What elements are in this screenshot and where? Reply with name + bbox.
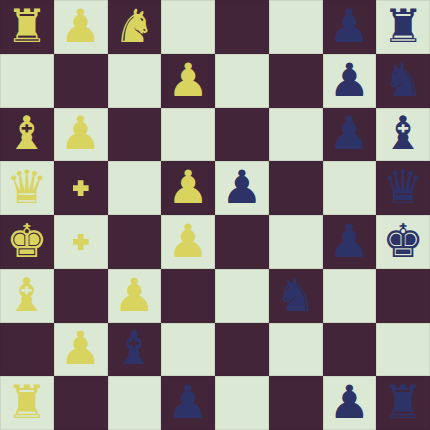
white-pawn[interactable]: ♟ bbox=[168, 57, 209, 103]
black-rook[interactable]: ♜ bbox=[383, 379, 424, 425]
square-b1[interactable] bbox=[54, 376, 108, 430]
square-g8[interactable]: ♟ bbox=[323, 0, 377, 54]
square-h8[interactable]: ♜ bbox=[376, 0, 430, 54]
black-pawn[interactable]: ♟ bbox=[168, 379, 209, 425]
square-d8[interactable] bbox=[161, 0, 215, 54]
black-bishop[interactable]: ♝ bbox=[114, 325, 155, 371]
black-knight[interactable]: ♞ bbox=[383, 57, 424, 103]
square-e5[interactable]: ♟ bbox=[215, 161, 269, 215]
square-b2[interactable]: ♟ bbox=[54, 323, 108, 377]
square-c8[interactable]: ♞ bbox=[108, 0, 162, 54]
square-d6[interactable] bbox=[161, 108, 215, 162]
square-b8[interactable]: ♟ bbox=[54, 0, 108, 54]
black-rook[interactable]: ♜ bbox=[383, 3, 424, 49]
square-h3[interactable] bbox=[376, 269, 430, 323]
move-hint-dot[interactable] bbox=[73, 234, 89, 250]
white-rook[interactable]: ♜ bbox=[6, 3, 47, 49]
square-a2[interactable] bbox=[0, 323, 54, 377]
square-a8[interactable]: ♜ bbox=[0, 0, 54, 54]
square-c5[interactable] bbox=[108, 161, 162, 215]
square-b5[interactable] bbox=[54, 161, 108, 215]
white-pawn[interactable]: ♟ bbox=[60, 325, 101, 371]
black-pawn[interactable]: ♟ bbox=[329, 110, 370, 156]
square-a3[interactable]: ♝ bbox=[0, 269, 54, 323]
square-h1[interactable]: ♜ bbox=[376, 376, 430, 430]
square-c7[interactable] bbox=[108, 54, 162, 108]
white-knight[interactable]: ♞ bbox=[114, 3, 155, 49]
square-d5[interactable]: ♟ bbox=[161, 161, 215, 215]
square-h7[interactable]: ♞ bbox=[376, 54, 430, 108]
white-pawn[interactable]: ♟ bbox=[168, 164, 209, 210]
square-e4[interactable] bbox=[215, 215, 269, 269]
white-pawn[interactable]: ♟ bbox=[168, 218, 209, 264]
black-queen[interactable]: ♛ bbox=[383, 164, 424, 210]
black-pawn[interactable]: ♟ bbox=[329, 379, 370, 425]
square-a7[interactable] bbox=[0, 54, 54, 108]
square-e1[interactable] bbox=[215, 376, 269, 430]
square-f1[interactable] bbox=[269, 376, 323, 430]
black-pawn[interactable]: ♟ bbox=[329, 218, 370, 264]
white-pawn[interactable]: ♟ bbox=[60, 110, 101, 156]
square-a1[interactable]: ♜ bbox=[0, 376, 54, 430]
square-h2[interactable] bbox=[376, 323, 430, 377]
square-d4[interactable]: ♟ bbox=[161, 215, 215, 269]
square-f7[interactable] bbox=[269, 54, 323, 108]
square-g4[interactable]: ♟ bbox=[323, 215, 377, 269]
square-c6[interactable] bbox=[108, 108, 162, 162]
square-g5[interactable] bbox=[323, 161, 377, 215]
square-g6[interactable]: ♟ bbox=[323, 108, 377, 162]
square-b3[interactable] bbox=[54, 269, 108, 323]
square-a6[interactable]: ♝ bbox=[0, 108, 54, 162]
square-d2[interactable] bbox=[161, 323, 215, 377]
square-d7[interactable]: ♟ bbox=[161, 54, 215, 108]
white-pawn[interactable]: ♟ bbox=[114, 272, 155, 318]
white-bishop[interactable]: ♝ bbox=[6, 110, 47, 156]
square-a5[interactable]: ♛ bbox=[0, 161, 54, 215]
move-hint-dot[interactable] bbox=[73, 180, 89, 196]
square-h6[interactable]: ♝ bbox=[376, 108, 430, 162]
black-pawn[interactable]: ♟ bbox=[329, 57, 370, 103]
square-c3[interactable]: ♟ bbox=[108, 269, 162, 323]
white-king[interactable]: ♚ bbox=[6, 218, 47, 264]
square-f3[interactable]: ♞ bbox=[269, 269, 323, 323]
square-c2[interactable]: ♝ bbox=[108, 323, 162, 377]
square-f4[interactable] bbox=[269, 215, 323, 269]
black-king[interactable]: ♚ bbox=[383, 218, 424, 264]
white-rook[interactable]: ♜ bbox=[6, 379, 47, 425]
square-g3[interactable] bbox=[323, 269, 377, 323]
square-f8[interactable] bbox=[269, 0, 323, 54]
square-h4[interactable]: ♚ bbox=[376, 215, 430, 269]
square-f5[interactable] bbox=[269, 161, 323, 215]
square-d1[interactable]: ♟ bbox=[161, 376, 215, 430]
square-b6[interactable]: ♟ bbox=[54, 108, 108, 162]
white-bishop[interactable]: ♝ bbox=[6, 272, 47, 318]
square-e6[interactable] bbox=[215, 108, 269, 162]
square-d3[interactable] bbox=[161, 269, 215, 323]
square-e2[interactable] bbox=[215, 323, 269, 377]
square-c1[interactable] bbox=[108, 376, 162, 430]
square-c4[interactable] bbox=[108, 215, 162, 269]
square-g7[interactable]: ♟ bbox=[323, 54, 377, 108]
square-b7[interactable] bbox=[54, 54, 108, 108]
square-g2[interactable] bbox=[323, 323, 377, 377]
chess-board: ♜♟♞♟♜♟♟♞♝♟♟♝♛♟♟♛♚♟♟♚♝♟♞♟♝♜♟♟♜ bbox=[0, 0, 430, 430]
square-f6[interactable] bbox=[269, 108, 323, 162]
square-a4[interactable]: ♚ bbox=[0, 215, 54, 269]
white-queen[interactable]: ♛ bbox=[6, 164, 47, 210]
black-knight[interactable]: ♞ bbox=[275, 272, 316, 318]
square-h5[interactable]: ♛ bbox=[376, 161, 430, 215]
square-e3[interactable] bbox=[215, 269, 269, 323]
square-e8[interactable] bbox=[215, 0, 269, 54]
square-g1[interactable]: ♟ bbox=[323, 376, 377, 430]
black-pawn[interactable]: ♟ bbox=[221, 164, 262, 210]
black-pawn[interactable]: ♟ bbox=[329, 3, 370, 49]
square-f2[interactable] bbox=[269, 323, 323, 377]
black-bishop[interactable]: ♝ bbox=[383, 110, 424, 156]
square-e7[interactable] bbox=[215, 54, 269, 108]
square-b4[interactable] bbox=[54, 215, 108, 269]
white-pawn[interactable]: ♟ bbox=[60, 3, 101, 49]
